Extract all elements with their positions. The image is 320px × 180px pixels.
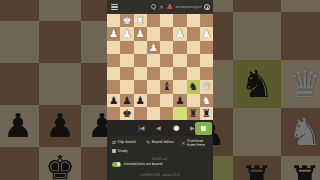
square-d5[interactable] — [160, 67, 173, 80]
square-d2[interactable] — [160, 27, 173, 40]
flip-board-button[interactable]: ⇄ Flip board — [112, 140, 136, 145]
square-f1[interactable]: ♜ — [134, 14, 147, 27]
background-board-left: ♟♟♟♚ — [0, 0, 123, 180]
square-f4[interactable] — [134, 54, 147, 67]
bg-square-b7 — [233, 108, 281, 156]
username-label[interactable]: somasolongint — [175, 5, 201, 9]
square-a4[interactable] — [200, 54, 213, 67]
square-e5[interactable] — [147, 67, 160, 80]
square-a3[interactable] — [200, 41, 213, 54]
square-c6[interactable] — [173, 80, 186, 93]
square-d3[interactable] — [160, 41, 173, 54]
square-b5[interactable] — [187, 67, 200, 80]
square-c1[interactable] — [173, 14, 186, 27]
bg-square-h8 — [0, 147, 39, 180]
move-navigation-bar: |◀ ◀ ● ▶ — [107, 120, 213, 136]
square-e4[interactable] — [147, 54, 160, 67]
current-move-indicator[interactable]: ● — [171, 120, 181, 136]
chess-app-screenshot: × ♟ somasolongint ♚♜♟♟♟♟♟♟♝♞♛♟♟♟♟♞♚♜♜ |◀… — [107, 0, 213, 180]
study-icon — [112, 149, 116, 153]
bg-square-h7: ♟ — [0, 105, 39, 147]
bg-square-a6: ♛ — [281, 60, 320, 108]
square-d8[interactable] — [160, 107, 173, 120]
square-e6[interactable] — [147, 80, 160, 93]
square-e2[interactable] — [147, 27, 160, 40]
square-c7[interactable]: ♟ — [173, 94, 186, 107]
square-b4[interactable] — [187, 54, 200, 67]
square-c3[interactable] — [173, 41, 186, 54]
piece-black-rook: ♜ — [187, 107, 200, 120]
piece-white-pawn: ♟ — [200, 27, 213, 40]
square-f7[interactable]: ♟ — [134, 94, 147, 107]
piece-white-pawn: ♟ — [147, 41, 160, 54]
bg-square-h6 — [0, 63, 39, 105]
continue-icon: × — [181, 141, 186, 146]
study-button[interactable]: Study — [112, 149, 128, 153]
piece-black-bishop: ♝ — [160, 80, 173, 93]
square-f2[interactable]: ♟ — [134, 27, 147, 40]
square-h4[interactable] — [107, 54, 120, 67]
square-f8[interactable] — [134, 107, 147, 120]
piece-black-pawn: ♟ — [107, 94, 120, 107]
annotations-toggle-label: Annotations on board — [124, 162, 163, 166]
search-icon[interactable] — [151, 4, 157, 10]
display-section-header: DISPLAY — [107, 157, 213, 161]
bg-square-g4 — [39, 0, 81, 21]
step-back-button[interactable]: ◀ — [153, 120, 163, 136]
square-a1[interactable] — [200, 14, 213, 27]
piece-black-pawn: ♟ — [173, 94, 186, 107]
square-d1[interactable] — [160, 14, 173, 27]
square-f3[interactable] — [134, 41, 147, 54]
square-h8[interactable] — [107, 107, 120, 120]
flip-board-label: Flip board — [118, 140, 136, 144]
flip-icon: ⇄ — [112, 140, 116, 145]
piece-white-queen: ♛ — [281, 60, 320, 108]
bg-square-a5 — [281, 12, 320, 60]
piece-black-knight: ♞ — [187, 80, 200, 93]
square-d7[interactable] — [160, 94, 173, 107]
bg-square-a7: ♞ — [281, 108, 320, 156]
piece-black-king: ♚ — [120, 107, 133, 120]
bg-square-b8: ♜ — [233, 156, 281, 180]
piece-white-knight: ♞ — [281, 108, 320, 156]
square-b2[interactable] — [187, 27, 200, 40]
bg-square-a4 — [281, 0, 320, 12]
square-a8[interactable]: ♜ — [200, 107, 213, 120]
square-a7[interactable]: ♞ — [200, 94, 213, 107]
piece-white-pawn: ♟ — [120, 27, 133, 40]
square-b8[interactable]: ♜ — [187, 107, 200, 120]
avatar-icon[interactable] — [204, 4, 210, 10]
computer-analysis-header: COMPUTER ANALYSIS — [107, 173, 213, 177]
continue-from-here-button[interactable]: × Continue from here — [181, 139, 210, 147]
piece-black-rook: ♜ — [281, 156, 320, 180]
piece-white-pawn: ♟ — [134, 27, 147, 40]
square-d6[interactable]: ♝ — [160, 80, 173, 93]
bg-square-a8: ♜ — [281, 156, 320, 180]
square-g4[interactable] — [120, 54, 133, 67]
pencil-icon: ✎ — [146, 140, 150, 145]
chess-board: ♚♜♟♟♟♟♟♟♝♞♛♟♟♟♟♞♚♜♜ — [107, 14, 213, 120]
hamburger-menu-icon[interactable] — [111, 4, 118, 10]
bg-square-g8: ♚ — [39, 147, 81, 180]
square-h6[interactable] — [107, 80, 120, 93]
square-h5[interactable] — [107, 67, 120, 80]
bg-square-b5 — [233, 12, 281, 60]
bg-square-h4 — [0, 0, 39, 21]
piece-black-king: ♚ — [39, 147, 81, 180]
continue-from-here-label: Continue from here — [187, 139, 210, 147]
piece-white-queen: ♛ — [200, 80, 213, 93]
board-editor-button[interactable]: ✎ Board editor — [146, 140, 174, 145]
square-g8[interactable]: ♚ — [120, 107, 133, 120]
annotations-toggle[interactable] — [112, 162, 121, 167]
close-icon[interactable]: × — [159, 4, 164, 10]
square-a2[interactable]: ♟ — [200, 27, 213, 40]
options-panel: ⇄ Flip board ✎ Board editor × Continue f… — [107, 136, 213, 180]
top-bar: × ♟ somasolongint — [107, 0, 213, 14]
square-c2[interactable]: ♟ — [173, 27, 186, 40]
square-h7[interactable]: ♟ — [107, 94, 120, 107]
square-g5[interactable] — [120, 67, 133, 80]
square-e1[interactable] — [147, 14, 160, 27]
square-g3[interactable] — [120, 41, 133, 54]
skip-to-start-button[interactable]: |◀ — [136, 120, 146, 136]
square-a5[interactable] — [200, 67, 213, 80]
square-g2[interactable]: ♟ — [120, 27, 133, 40]
piece-black-pawn: ♟ — [134, 94, 147, 107]
square-h3[interactable] — [107, 41, 120, 54]
square-d4[interactable] — [160, 54, 173, 67]
board-glyph-icon — [201, 126, 206, 131]
piece-black-rook: ♜ — [233, 156, 281, 180]
bg-square-b4 — [233, 0, 281, 12]
piece-white-pawn: ♟ — [173, 27, 186, 40]
piece-black-knight: ♞ — [233, 60, 281, 108]
red-pawn-icon[interactable]: ♟ — [167, 4, 173, 11]
square-e3[interactable]: ♟ — [147, 41, 160, 54]
piece-white-knight: ♞ — [200, 94, 213, 107]
square-g1[interactable]: ♚ — [120, 14, 133, 27]
square-b7[interactable] — [187, 94, 200, 107]
square-g7[interactable]: ♟ — [120, 94, 133, 107]
square-c8[interactable] — [173, 107, 186, 120]
annotations-toggle-row: Annotations on board — [112, 162, 162, 167]
piece-white-king: ♚ — [120, 14, 133, 27]
piece-black-pawn: ♟ — [0, 105, 39, 147]
screen: ♟♟♟♚ ♞♛♟♞♜♜ × ♟ somasolongint ♚♜♟♟♟♟♟♟♝♞… — [0, 0, 320, 180]
square-e8[interactable] — [147, 107, 160, 120]
bg-square-h5 — [0, 21, 39, 63]
square-b1[interactable] — [187, 14, 200, 27]
piece-white-pawn: ♟ — [107, 27, 120, 40]
square-h2[interactable]: ♟ — [107, 27, 120, 40]
piece-white-rook: ♜ — [134, 14, 147, 27]
square-c5[interactable] — [173, 67, 186, 80]
study-label: Study — [118, 149, 128, 153]
piece-black-pawn: ♟ — [39, 105, 81, 147]
primary-green-button[interactable] — [195, 122, 212, 135]
board-editor-label: Board editor — [152, 140, 174, 144]
square-e7[interactable] — [147, 94, 160, 107]
square-b6[interactable]: ♞ — [187, 80, 200, 93]
square-a6[interactable]: ♛ — [200, 80, 213, 93]
square-h1[interactable] — [107, 14, 120, 27]
square-c4[interactable] — [173, 54, 186, 67]
piece-black-rook: ♜ — [200, 107, 213, 120]
bg-square-g7: ♟ — [39, 105, 81, 147]
square-g6[interactable] — [120, 80, 133, 93]
bg-square-g6 — [39, 63, 81, 105]
bg-square-g5 — [39, 21, 81, 63]
square-f6[interactable] — [134, 80, 147, 93]
bg-square-b6: ♞ — [233, 60, 281, 108]
piece-black-pawn: ♟ — [120, 94, 133, 107]
square-b3[interactable] — [187, 41, 200, 54]
square-f5[interactable] — [134, 67, 147, 80]
